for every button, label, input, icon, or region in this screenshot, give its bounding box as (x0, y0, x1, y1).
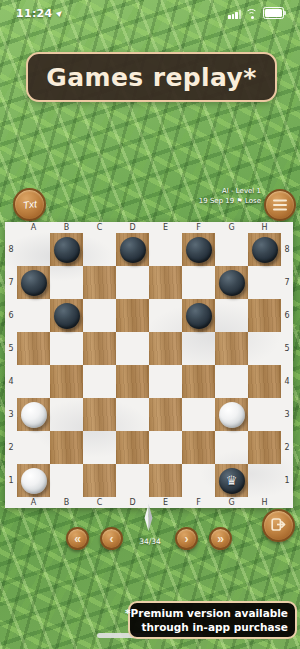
board-square-H3 (248, 398, 281, 431)
games-list-button[interactable] (264, 189, 296, 221)
board-square-G7 (215, 266, 248, 299)
rank-label: 2 (281, 431, 293, 464)
text-notation-label: Txt (22, 198, 37, 211)
page-title-banner: Games replay* (26, 52, 277, 102)
premium-note-line2: through in-app purchase (141, 620, 288, 634)
board-square-F8 (182, 233, 215, 266)
exit-icon (270, 516, 287, 536)
board-square-D1 (116, 464, 149, 497)
text-notation-button[interactable]: Txt (13, 188, 46, 221)
status-bar: 11:24 ▶ (0, 5, 300, 21)
location-arrow-icon: ▶ (55, 8, 64, 18)
board-square-B7 (50, 266, 83, 299)
board-square-D3 (116, 398, 149, 431)
clock: 11:24 (16, 7, 53, 20)
board-square-F2 (182, 431, 215, 464)
board-square-B6 (50, 299, 83, 332)
rank-label: 8 (5, 233, 17, 266)
move-counter: 34/34 (128, 537, 172, 546)
board-square-F7 (182, 266, 215, 299)
board-square-E2 (149, 431, 182, 464)
board-square-H8 (248, 233, 281, 266)
list-icon (273, 204, 287, 206)
status-icons (228, 7, 284, 19)
board-square-A5 (17, 332, 50, 365)
black-checker-A7 (21, 270, 47, 296)
last-move-button[interactable]: » (209, 527, 232, 550)
board-square-F1 (182, 464, 215, 497)
file-label: C (83, 497, 116, 508)
rank-label: 7 (281, 266, 293, 299)
rank-label: 5 (5, 332, 17, 365)
exit-button[interactable] (262, 509, 295, 542)
position-marker-icon (142, 504, 155, 535)
board-square-E6 (149, 299, 182, 332)
board-square-C5 (83, 332, 116, 365)
black-checker-B6 (54, 303, 80, 329)
page-title: Games replay* (46, 63, 256, 92)
file-label: F (182, 497, 215, 508)
file-label: E (149, 222, 182, 233)
board-square-E4 (149, 365, 182, 398)
premium-note: *Premium version available through in-ap… (128, 601, 297, 639)
board-square-G8 (215, 233, 248, 266)
checkers-board: ABCDEFGH 87654321 ♛ 87654321 ABCDEFGH (5, 222, 293, 508)
black-checker-F8 (186, 237, 212, 263)
premium-note-line1: *Premium version available (125, 606, 288, 620)
black-checker-B8 (54, 237, 80, 263)
board-square-B5 (50, 332, 83, 365)
battery-icon (263, 7, 284, 19)
king-crown-icon: ♛ (219, 468, 245, 493)
board-square-E1 (149, 464, 182, 497)
board-square-E3 (149, 398, 182, 431)
rank-label: 5 (281, 332, 293, 365)
cellular-signal-icon (228, 10, 241, 19)
black-checker-H8 (252, 237, 278, 263)
file-label: H (248, 497, 281, 508)
board-square-D6 (116, 299, 149, 332)
board-square-H1 (248, 464, 281, 497)
board-square-B2 (50, 431, 83, 464)
board-square-A2 (17, 431, 50, 464)
board-square-A8 (17, 233, 50, 266)
board-square-G3 (215, 398, 248, 431)
rank-labels-right: 87654321 (281, 233, 293, 497)
file-label: B (50, 222, 83, 233)
board-square-A7 (17, 266, 50, 299)
rank-label: 6 (5, 299, 17, 332)
file-label: A (17, 222, 50, 233)
board-square-D5 (116, 332, 149, 365)
board-square-E5 (149, 332, 182, 365)
rank-labels-left: 87654321 (5, 233, 17, 497)
board-square-C4 (83, 365, 116, 398)
game-info-opponent: AI - Level 1 (199, 187, 261, 197)
white-checker-G3 (219, 402, 245, 428)
board-square-C3 (83, 398, 116, 431)
black-checker-D8 (120, 237, 146, 263)
board-square-D4 (116, 365, 149, 398)
board-square-C2 (83, 431, 116, 464)
file-labels-top: ABCDEFGH (17, 222, 281, 233)
file-label: F (182, 222, 215, 233)
king-black-checker-G1: ♛ (219, 468, 245, 494)
board-square-E8 (149, 233, 182, 266)
board-square-A3 (17, 398, 50, 431)
rank-label: 3 (281, 398, 293, 431)
wifi-icon (245, 9, 259, 19)
board-square-B1 (50, 464, 83, 497)
board-square-A6 (17, 299, 50, 332)
board-square-G4 (215, 365, 248, 398)
rank-label: 1 (281, 464, 293, 497)
board-square-H7 (248, 266, 281, 299)
board-square-F5 (182, 332, 215, 365)
file-label: G (215, 222, 248, 233)
board-square-H5 (248, 332, 281, 365)
board-grid: ♛ (17, 233, 281, 497)
board-square-G6 (215, 299, 248, 332)
board-square-A1 (17, 464, 50, 497)
board-square-D2 (116, 431, 149, 464)
game-info: AI - Level 1 19 Sep 19 ⚑ Lose (199, 187, 261, 206)
file-label: B (50, 497, 83, 508)
board-square-G1: ♛ (215, 464, 248, 497)
board-square-B3 (50, 398, 83, 431)
file-label: H (248, 222, 281, 233)
board-square-E7 (149, 266, 182, 299)
file-label: C (83, 222, 116, 233)
board-square-C1 (83, 464, 116, 497)
file-label: G (215, 497, 248, 508)
board-square-H4 (248, 365, 281, 398)
rank-label: 7 (5, 266, 17, 299)
board-square-C6 (83, 299, 116, 332)
rank-label: 4 (5, 365, 17, 398)
game-info-result: 19 Sep 19 ⚑ Lose (199, 197, 261, 207)
rank-label: 3 (5, 398, 17, 431)
board-square-D7 (116, 266, 149, 299)
board-square-B4 (50, 365, 83, 398)
board-square-C7 (83, 266, 116, 299)
black-checker-F6 (186, 303, 212, 329)
next-move-button[interactable]: › (175, 527, 198, 550)
board-square-D8 (116, 233, 149, 266)
file-label: A (17, 497, 50, 508)
board-square-F4 (182, 365, 215, 398)
rank-label: 2 (5, 431, 17, 464)
board-square-H2 (248, 431, 281, 464)
rank-label: 1 (5, 464, 17, 497)
board-square-G2 (215, 431, 248, 464)
file-label: D (116, 222, 149, 233)
board-square-F3 (182, 398, 215, 431)
board-square-F6 (182, 299, 215, 332)
board-square-B8 (50, 233, 83, 266)
rank-label: 8 (281, 233, 293, 266)
previous-move-button[interactable]: ‹ (100, 527, 123, 550)
board-square-A4 (17, 365, 50, 398)
app-screen: 11:24 ▶ Games replay* Txt AI - Level 1 1… (0, 0, 300, 649)
white-checker-A1 (21, 468, 47, 494)
rank-label: 4 (281, 365, 293, 398)
board-square-G5 (215, 332, 248, 365)
black-checker-G7 (219, 270, 245, 296)
first-move-button[interactable]: « (66, 527, 89, 550)
board-square-H6 (248, 299, 281, 332)
board-square-C8 (83, 233, 116, 266)
rank-label: 6 (281, 299, 293, 332)
white-checker-A3 (21, 402, 47, 428)
